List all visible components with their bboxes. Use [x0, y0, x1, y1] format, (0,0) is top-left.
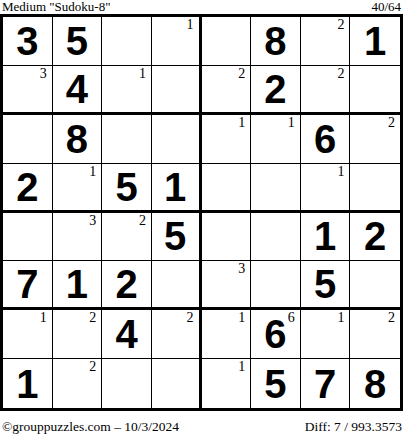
cell-r7c6[interactable]: 66: [251, 310, 301, 359]
pencil-mark: 2: [89, 359, 96, 374]
cell-r2c6[interactable]: 2: [251, 66, 301, 115]
cell-r4c3[interactable]: 5: [102, 164, 152, 213]
pencil-mark: 3: [89, 213, 96, 228]
pencil-mark: 2: [388, 115, 395, 130]
cell-r3c1[interactable]: [3, 115, 53, 164]
cell-r7c1[interactable]: 1: [3, 310, 53, 359]
pencil-mark: 1: [337, 310, 344, 325]
given-digit: 8: [53, 115, 102, 163]
cell-r2c2[interactable]: 4: [53, 66, 103, 115]
pencil-mark: 2: [337, 66, 344, 81]
given-digit: 1: [301, 213, 350, 261]
header: Medium "Sudoku-8" 40/64: [2, 0, 401, 14]
pencil-mark: 1: [187, 17, 194, 32]
cell-r4c5[interactable]: [202, 164, 252, 213]
cell-r6c5[interactable]: 3: [202, 261, 252, 310]
cell-r6c8[interactable]: [350, 261, 400, 310]
cell-r5c2[interactable]: 3: [53, 213, 103, 262]
cell-r5c4[interactable]: 5: [152, 213, 202, 262]
given-digit: 7: [301, 359, 350, 408]
cell-r4c4[interactable]: 1: [152, 164, 202, 213]
cell-r3c7[interactable]: 6: [301, 115, 351, 164]
cell-r7c8[interactable]: 2: [350, 310, 400, 359]
cell-r5c6[interactable]: [251, 213, 301, 262]
pencil-mark: 2: [89, 310, 96, 325]
cell-r7c2[interactable]: 2: [53, 310, 103, 359]
pencil-mark: 2: [187, 310, 194, 325]
pencil-mark: 2: [238, 66, 245, 81]
cell-r6c3[interactable]: 2: [102, 261, 152, 310]
pencil-mark: 6: [288, 310, 295, 325]
cell-r1c5[interactable]: [202, 17, 252, 66]
pencil-mark: 3: [40, 66, 47, 81]
cell-r7c3[interactable]: 4: [102, 310, 152, 359]
cell-r6c2[interactable]: 1: [53, 261, 103, 310]
pencil-mark: 1: [238, 115, 245, 130]
given-digit: 7: [3, 261, 52, 307]
cell-r4c7[interactable]: 1: [301, 164, 351, 213]
pencil-mark: 3: [238, 261, 245, 276]
cell-r8c4[interactable]: [152, 359, 202, 408]
cell-r8c8[interactable]: 8: [350, 359, 400, 408]
cell-r5c8[interactable]: 2: [350, 213, 400, 262]
cell-r4c8[interactable]: [350, 164, 400, 213]
pencil-mark: 1: [139, 66, 146, 81]
cell-r5c5[interactable]: [202, 213, 252, 262]
puzzle-page: Medium "Sudoku-8" 40/64 3518213412228116…: [0, 0, 403, 437]
cell-r5c1[interactable]: [3, 213, 53, 262]
cell-r4c2[interactable]: 1: [53, 164, 103, 213]
difficulty-rating: Diff: 7 / 993.3573: [305, 419, 402, 434]
cell-r2c1[interactable]: 3: [3, 66, 53, 115]
cell-r8c6[interactable]: 5: [251, 359, 301, 408]
puzzle-title: Medium "Sudoku-8": [2, 0, 110, 14]
given-digit: 5: [301, 261, 350, 307]
cell-r7c4[interactable]: 2: [152, 310, 202, 359]
given-digit: 1: [350, 17, 400, 65]
footer: ©grouppuzzles.com – 10/3/2024 Diff: 7 / …: [2, 419, 402, 434]
sudoku-grid: 3518213412228116221511325127123512421661…: [0, 14, 403, 411]
cell-r6c4[interactable]: [152, 261, 202, 310]
cell-r8c7[interactable]: 7: [301, 359, 351, 408]
pencil-mark: 1: [238, 310, 245, 325]
cell-r3c2[interactable]: 8: [53, 115, 103, 164]
cell-r1c8[interactable]: 1: [350, 17, 400, 66]
cell-r2c4[interactable]: [152, 66, 202, 115]
given-digit: 2: [251, 66, 300, 112]
cell-r3c4[interactable]: [152, 115, 202, 164]
pencil-mark: 1: [337, 164, 344, 179]
cell-r3c6[interactable]: 1: [251, 115, 301, 164]
cell-r2c8[interactable]: [350, 66, 400, 115]
cell-r1c1[interactable]: 3: [3, 17, 53, 66]
given-digit: 8: [251, 17, 300, 65]
given-digit: 5: [152, 213, 199, 261]
pencil-mark: 2: [388, 310, 395, 325]
given-digit: 1: [53, 261, 102, 307]
cell-r1c2[interactable]: 5: [53, 17, 103, 66]
given-digit: 5: [53, 17, 102, 65]
cell-r7c7[interactable]: 1: [301, 310, 351, 359]
pencil-mark: 1: [288, 115, 295, 130]
copyright-date: ©grouppuzzles.com – 10/3/2024: [2, 419, 179, 434]
cell-r1c4[interactable]: 1: [152, 17, 202, 66]
cell-r3c8[interactable]: 2: [350, 115, 400, 164]
given-digit: 2: [102, 261, 151, 307]
cell-r5c7[interactable]: 1: [301, 213, 351, 262]
cell-r8c1[interactable]: 1: [3, 359, 53, 408]
cell-r7c5[interactable]: 1: [202, 310, 252, 359]
given-digit: 5: [102, 164, 151, 210]
given-digit: 1: [3, 359, 52, 408]
cell-r3c3[interactable]: [102, 115, 152, 164]
cell-r1c7[interactable]: 2: [301, 17, 351, 66]
cell-r6c7[interactable]: 5: [301, 261, 351, 310]
given-digit: 4: [102, 310, 151, 358]
pencil-mark: 1: [40, 310, 47, 325]
cell-r6c6[interactable]: [251, 261, 301, 310]
cell-r2c3[interactable]: 1: [102, 66, 152, 115]
cell-r4c1[interactable]: 2: [3, 164, 53, 213]
cell-r3c5[interactable]: 1: [202, 115, 252, 164]
empty-cell-counter: 40/64: [371, 0, 401, 14]
cell-r4c6[interactable]: [251, 164, 301, 213]
cell-r2c5[interactable]: 2: [202, 66, 252, 115]
pencil-mark: 1: [238, 359, 245, 374]
given-digit: 1: [152, 164, 199, 210]
pencil-mark: 1: [89, 164, 96, 179]
pencil-mark: 2: [139, 213, 146, 228]
cell-r8c5[interactable]: 1: [202, 359, 252, 408]
cell-r5c3[interactable]: 2: [102, 213, 152, 262]
pencil-mark: 2: [337, 17, 344, 32]
given-digit: 8: [350, 359, 400, 408]
cell-r6c1[interactable]: 7: [3, 261, 53, 310]
cell-r8c2[interactable]: 2: [53, 359, 103, 408]
given-digit: 4: [53, 66, 102, 112]
cell-r8c3[interactable]: [102, 359, 152, 408]
cell-r1c3[interactable]: [102, 17, 152, 66]
cell-r2c7[interactable]: 2: [301, 66, 351, 115]
cell-r1c6[interactable]: 8: [251, 17, 301, 66]
given-digit: 2: [3, 164, 52, 210]
given-digit: 3: [3, 17, 52, 65]
given-digit: 2: [350, 213, 400, 261]
given-digit: 6: [301, 115, 350, 163]
given-digit: 5: [251, 359, 300, 408]
